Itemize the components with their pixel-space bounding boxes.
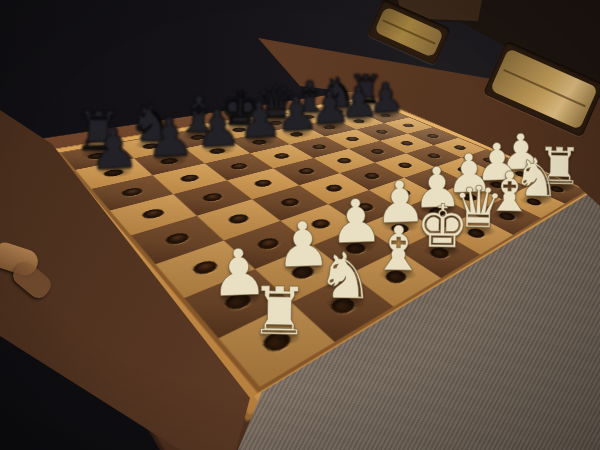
piece-white-bishop[interactable]: ♝ bbox=[370, 218, 426, 281]
photo-stage: ♜♞♝♛♚♝♞♜♟♟♟♟♟♟♟♟♟♟♟♟♟♟♟♟♜♞♝♛♚♝♞♜ bbox=[0, 0, 600, 450]
peg-hole bbox=[272, 152, 291, 159]
peg-hole bbox=[399, 140, 415, 146]
peg-hole bbox=[229, 162, 250, 170]
peg-hole bbox=[201, 191, 225, 202]
peg-hole bbox=[369, 148, 387, 155]
piece-white-knight[interactable]: ♞ bbox=[316, 245, 374, 310]
peg-hole bbox=[120, 186, 145, 197]
peg-hole bbox=[425, 133, 440, 138]
peg-hole bbox=[279, 196, 302, 207]
peg-hole bbox=[164, 231, 192, 246]
peg-hole bbox=[297, 167, 317, 175]
peg-hole bbox=[252, 178, 274, 187]
piece-black-pawn[interactable]: ♟ bbox=[144, 110, 195, 166]
peg-hole bbox=[226, 212, 252, 225]
peg-hole bbox=[335, 157, 354, 164]
piece-black-pawn[interactable]: ♟ bbox=[236, 95, 283, 147]
peg-hole bbox=[401, 123, 416, 128]
peg-hole bbox=[310, 143, 328, 150]
peg-hole bbox=[344, 136, 361, 142]
piece-black-pawn[interactable]: ♟ bbox=[88, 119, 141, 177]
peg-hole bbox=[140, 207, 167, 220]
piece-white-rook[interactable]: ♜ bbox=[250, 278, 310, 345]
peg-hole bbox=[179, 173, 202, 182]
piece-black-pawn[interactable]: ♟ bbox=[193, 102, 242, 156]
peg-hole bbox=[374, 129, 390, 134]
